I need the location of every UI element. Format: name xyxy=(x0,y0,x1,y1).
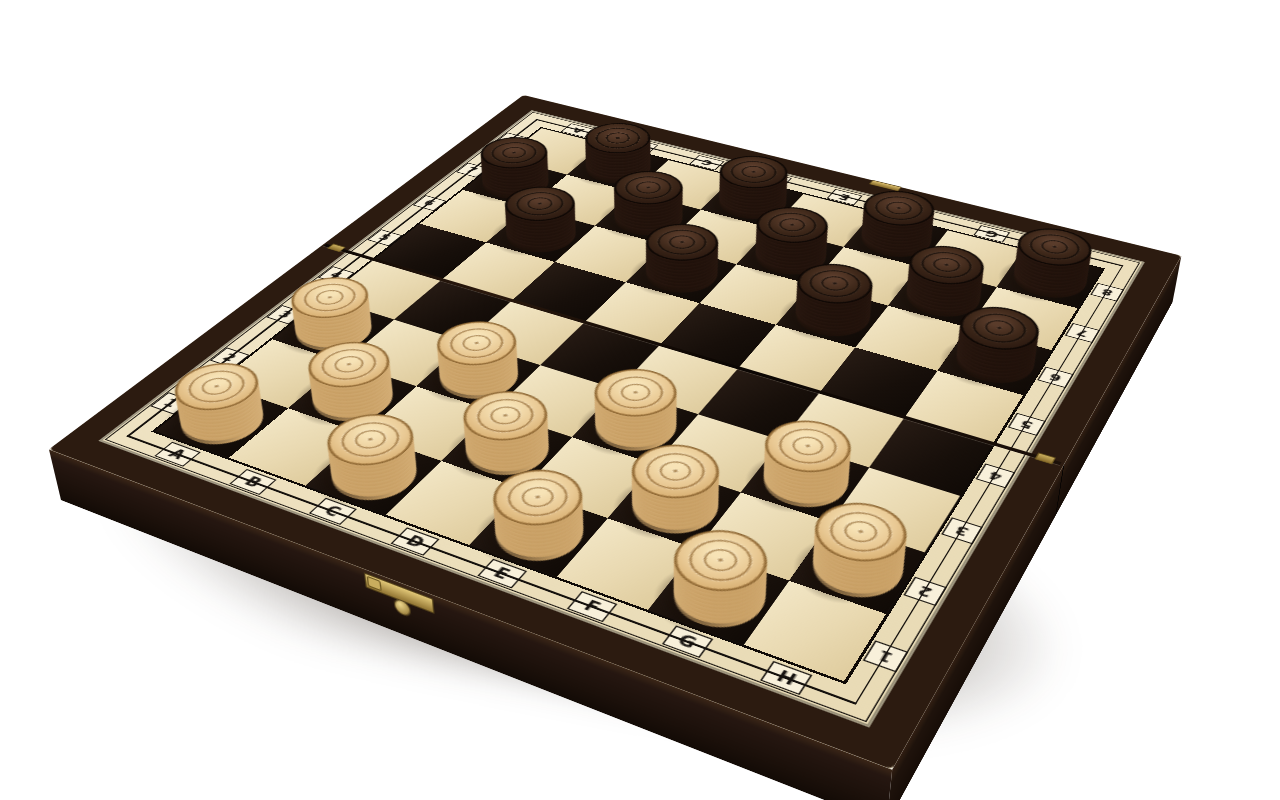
light-piece-c1[interactable] xyxy=(315,439,432,509)
dark-piece-h6[interactable] xyxy=(945,332,1043,391)
product-photo-scene: AA11BB22CC33DD44EE55FF66GG77HH88 xyxy=(0,0,1280,800)
light-piece-g1[interactable] xyxy=(658,555,780,638)
light-piece-h2[interactable] xyxy=(798,528,915,608)
dark-piece-h8[interactable] xyxy=(1004,253,1095,304)
